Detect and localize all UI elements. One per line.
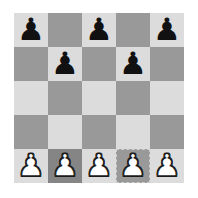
- square-r4-c0[interactable]: ♟: [14, 149, 48, 183]
- square-r2-c4[interactable]: [150, 81, 184, 115]
- square-r1-c0[interactable]: [14, 47, 48, 81]
- square-r1-c4[interactable]: [150, 47, 184, 81]
- square-r0-c4[interactable]: ♟: [150, 13, 184, 47]
- square-r0-c0[interactable]: ♟: [14, 13, 48, 47]
- square-r0-c1[interactable]: [48, 13, 82, 47]
- white-pawn[interactable]: ♟: [119, 148, 147, 182]
- square-r3-c0[interactable]: [14, 115, 48, 149]
- square-r2-c0[interactable]: [14, 81, 48, 115]
- square-r3-c1[interactable]: [48, 115, 82, 149]
- square-r3-c3[interactable]: [116, 115, 150, 149]
- square-r0-c3[interactable]: [116, 13, 150, 47]
- black-pawn[interactable]: ♟: [119, 46, 147, 80]
- square-r0-c2[interactable]: ♟: [82, 13, 116, 47]
- white-pawn[interactable]: ♟: [51, 148, 79, 182]
- square-r4-c4[interactable]: ♟: [150, 149, 184, 183]
- chess-board: ♟♟♟♟♟♟♟♟♟♟: [14, 13, 184, 183]
- black-pawn[interactable]: ♟: [51, 46, 79, 80]
- white-pawn[interactable]: ♟: [17, 148, 45, 182]
- black-pawn[interactable]: ♟: [85, 12, 113, 46]
- square-r1-c1[interactable]: ♟: [48, 47, 82, 81]
- square-r2-c2[interactable]: [82, 81, 116, 115]
- square-r3-c4[interactable]: [150, 115, 184, 149]
- white-pawn[interactable]: ♟: [85, 148, 113, 182]
- square-r4-c2[interactable]: ♟: [82, 149, 116, 183]
- square-r1-c3[interactable]: ♟: [116, 47, 150, 81]
- square-r1-c2[interactable]: [82, 47, 116, 81]
- black-pawn[interactable]: ♟: [153, 12, 181, 46]
- black-pawn[interactable]: ♟: [17, 12, 45, 46]
- square-r4-c1[interactable]: ♟: [48, 149, 82, 183]
- white-pawn[interactable]: ♟: [153, 148, 181, 182]
- square-r2-c1[interactable]: [48, 81, 82, 115]
- square-r3-c2[interactable]: [82, 115, 116, 149]
- square-r2-c3[interactable]: [116, 81, 150, 115]
- square-r4-c3[interactable]: ♟: [116, 149, 150, 183]
